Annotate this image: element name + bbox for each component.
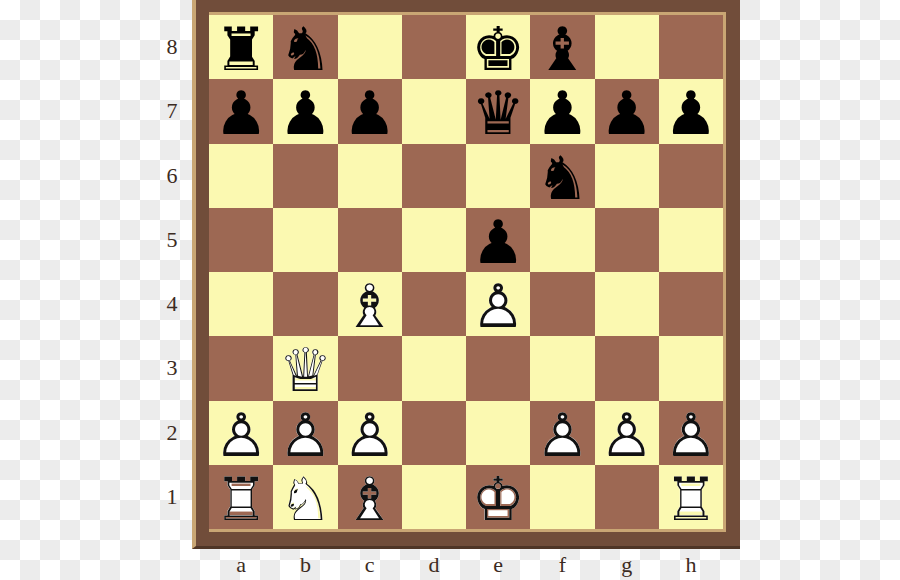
rank-label-8: 8 <box>150 15 194 79</box>
piece-black-pawn-g7: ♟ <box>595 81 659 145</box>
square-g6 <box>595 144 659 208</box>
file-label-e: e <box>466 551 530 579</box>
square-d8 <box>402 15 466 79</box>
square-h3 <box>659 336 723 400</box>
square-e1: ♚♔ <box>466 465 530 529</box>
square-b2: ♟♙ <box>273 401 337 465</box>
square-f4 <box>530 272 594 336</box>
square-c8 <box>338 15 402 79</box>
square-h8 <box>659 15 723 79</box>
piece-black-knight-b8: ♞ <box>273 17 337 81</box>
piece-black-bishop-f8: ♝ <box>530 17 594 81</box>
square-f3 <box>530 336 594 400</box>
piece-white-pawn-b2: ♙ <box>273 403 337 467</box>
rank-label-7: 7 <box>150 79 194 143</box>
square-g7: ♟ <box>595 79 659 143</box>
square-e4: ♟♙ <box>466 272 530 336</box>
square-d6 <box>402 144 466 208</box>
piece-white-rook-h1: ♖ <box>659 467 723 531</box>
piece-white-king-e1: ♔ <box>466 467 530 531</box>
square-g4 <box>595 272 659 336</box>
square-b6 <box>273 144 337 208</box>
square-d3 <box>402 336 466 400</box>
piece-white-pawn-a2: ♙ <box>209 403 273 467</box>
square-c2: ♟♙ <box>338 401 402 465</box>
square-h6 <box>659 144 723 208</box>
square-c7: ♟ <box>338 79 402 143</box>
piece-black-rook-a8: ♜ <box>209 17 273 81</box>
chessboard-frame: ♜♞♚♝♟♟♟♛♟♟♟♞♟♝♗♟♙♛♕♟♙♟♙♟♙♟♙♟♙♟♙♜♖♞♘♝♗♚♔♜… <box>192 0 740 549</box>
square-e5: ♟ <box>466 208 530 272</box>
square-a5 <box>209 208 273 272</box>
square-a8: ♜ <box>209 15 273 79</box>
square-c5 <box>338 208 402 272</box>
piece-black-pawn-b7: ♟ <box>273 81 337 145</box>
square-h4 <box>659 272 723 336</box>
piece-white-queen-b3: ♕ <box>273 338 337 402</box>
square-f6: ♞ <box>530 144 594 208</box>
piece-black-queen-e7: ♛ <box>466 81 530 145</box>
square-h2: ♟♙ <box>659 401 723 465</box>
square-b3: ♛♕ <box>273 336 337 400</box>
piece-white-knight-b1: ♘ <box>273 467 337 531</box>
piece-white-bishop-c1: ♗ <box>338 467 402 531</box>
piece-black-pawn-c7: ♟ <box>338 81 402 145</box>
piece-white-pawn-g2: ♙ <box>595 403 659 467</box>
square-h1: ♜♖ <box>659 465 723 529</box>
square-b4 <box>273 272 337 336</box>
square-a4 <box>209 272 273 336</box>
file-label-c: c <box>338 551 402 579</box>
piece-white-pawn-e4: ♙ <box>466 274 530 338</box>
image-canvas: 87654321 abcdefgh ♜♞♚♝♟♟♟♛♟♟♟♞♟♝♗♟♙♛♕♟♙♟… <box>0 0 900 580</box>
file-label-g: g <box>595 551 659 579</box>
square-b5 <box>273 208 337 272</box>
piece-white-bishop-c4: ♗ <box>338 274 402 338</box>
square-g3 <box>595 336 659 400</box>
piece-white-pawn-c2: ♙ <box>338 403 402 467</box>
square-e2 <box>466 401 530 465</box>
square-e3 <box>466 336 530 400</box>
piece-white-pawn-h2: ♙ <box>659 403 723 467</box>
square-d5 <box>402 208 466 272</box>
square-d2 <box>402 401 466 465</box>
file-label-h: h <box>659 551 723 579</box>
square-c4: ♝♗ <box>338 272 402 336</box>
square-g8 <box>595 15 659 79</box>
rank-label-2: 2 <box>150 401 194 465</box>
square-f1 <box>530 465 594 529</box>
rank-label-3: 3 <box>150 336 194 400</box>
square-e8: ♚ <box>466 15 530 79</box>
rank-labels: 87654321 <box>150 15 194 529</box>
piece-white-pawn-f2: ♙ <box>530 403 594 467</box>
file-label-a: a <box>209 551 273 579</box>
rank-label-6: 6 <box>150 144 194 208</box>
square-c6 <box>338 144 402 208</box>
square-c3 <box>338 336 402 400</box>
square-b7: ♟ <box>273 79 337 143</box>
square-a7: ♟ <box>209 79 273 143</box>
square-h5 <box>659 208 723 272</box>
square-d1 <box>402 465 466 529</box>
square-g1 <box>595 465 659 529</box>
square-h7: ♟ <box>659 79 723 143</box>
rank-label-1: 1 <box>150 465 194 529</box>
piece-black-pawn-f7: ♟ <box>530 81 594 145</box>
square-e6 <box>466 144 530 208</box>
square-a3 <box>209 336 273 400</box>
file-label-f: f <box>530 551 594 579</box>
square-f2: ♟♙ <box>530 401 594 465</box>
square-c1: ♝♗ <box>338 465 402 529</box>
square-d7 <box>402 79 466 143</box>
square-a1: ♜♖ <box>209 465 273 529</box>
square-e7: ♛ <box>466 79 530 143</box>
file-labels: abcdefgh <box>209 551 723 579</box>
piece-black-knight-f6: ♞ <box>530 146 594 210</box>
square-g5 <box>595 208 659 272</box>
square-f7: ♟ <box>530 79 594 143</box>
rank-label-4: 4 <box>150 272 194 336</box>
square-d4 <box>402 272 466 336</box>
file-label-d: d <box>402 551 466 579</box>
square-a6 <box>209 144 273 208</box>
piece-black-pawn-e5: ♟ <box>466 210 530 274</box>
square-f8: ♝ <box>530 15 594 79</box>
square-f5 <box>530 208 594 272</box>
square-a2: ♟♙ <box>209 401 273 465</box>
square-b1: ♞♘ <box>273 465 337 529</box>
piece-black-pawn-h7: ♟ <box>659 81 723 145</box>
file-label-b: b <box>273 551 337 579</box>
chessboard: ♜♞♚♝♟♟♟♛♟♟♟♞♟♝♗♟♙♛♕♟♙♟♙♟♙♟♙♟♙♟♙♜♖♞♘♝♗♚♔♜… <box>209 12 726 532</box>
piece-black-pawn-a7: ♟ <box>209 81 273 145</box>
rank-label-5: 5 <box>150 208 194 272</box>
piece-black-king-e8: ♚ <box>466 17 530 81</box>
square-g2: ♟♙ <box>595 401 659 465</box>
piece-white-rook-a1: ♖ <box>209 467 273 531</box>
square-b8: ♞ <box>273 15 337 79</box>
